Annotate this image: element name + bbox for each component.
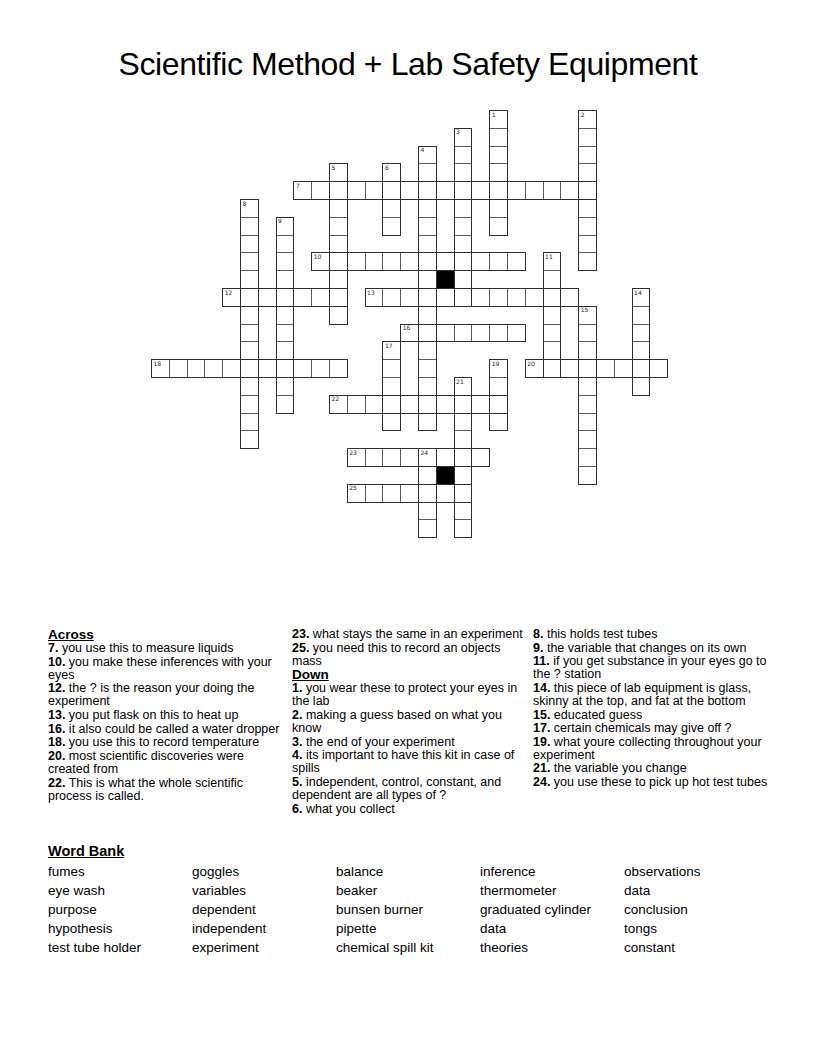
word-bank-item: constant	[624, 938, 701, 957]
word-bank-item: pipette	[336, 919, 480, 938]
crossword-cell[interactable]	[418, 235, 437, 254]
crossword-cell[interactable]	[578, 430, 597, 449]
clue-item: 6. what you collect	[292, 803, 529, 816]
crossword-cell[interactable]	[276, 306, 295, 325]
cell-number: 15	[581, 307, 589, 314]
clue-item: 24. you use these to pick up hot test tu…	[533, 776, 774, 789]
crossword-cell[interactable]	[382, 484, 401, 503]
clue-item: 5. independent, control, constant, and d…	[292, 776, 529, 802]
clue-number: 5.	[292, 775, 302, 789]
cell-number: 4	[421, 147, 425, 154]
cell-number: 20	[527, 361, 535, 368]
crossword-cell[interactable]	[276, 395, 295, 414]
crossword-cell[interactable]	[525, 181, 544, 200]
crossword-cell[interactable]	[578, 359, 597, 378]
crossword-cell[interactable]	[240, 359, 259, 378]
crossword-cell[interactable]	[436, 288, 455, 307]
cell-number: 16	[403, 325, 411, 332]
cell-number: 5	[332, 165, 336, 172]
clue-item: 15. educated guess	[533, 709, 774, 722]
crossword-cell[interactable]	[382, 199, 401, 218]
crossword-cell[interactable]	[454, 199, 473, 218]
cell-number: 17	[385, 343, 393, 350]
word-bank-item: thermometer	[480, 881, 624, 900]
crossword-cell[interactable]	[418, 270, 437, 289]
crossword-cell[interactable]	[489, 146, 508, 165]
word-bank-column: observationsdataconclusiontongsconstant	[624, 862, 701, 957]
crossword-cell[interactable]	[258, 288, 277, 307]
clues-column-3: 8. this holds test tubes9. the variable …	[533, 628, 774, 790]
clue-number: 7.	[48, 641, 58, 655]
crossword-cell[interactable]	[578, 235, 597, 254]
crossword-cell[interactable]	[311, 181, 330, 200]
crossword-cell[interactable]	[560, 181, 579, 200]
cell-number: 21	[456, 379, 464, 386]
crossword-cell[interactable]	[240, 288, 259, 307]
crossword-cell[interactable]	[489, 217, 508, 236]
cell-number: 25	[349, 485, 357, 492]
crossword-cell[interactable]: 15	[578, 306, 597, 325]
crossword-cell[interactable]	[240, 377, 259, 396]
crossword-cell[interactable]	[418, 306, 437, 325]
crossword-black-cell	[436, 466, 455, 485]
clue-item: 2. making a guess based on what you know	[292, 709, 529, 735]
crossword-cell[interactable]	[400, 448, 419, 467]
crossword-cell[interactable]	[329, 181, 348, 200]
crossword-cell[interactable]	[578, 466, 597, 485]
crossword-cell[interactable]	[454, 484, 473, 503]
word-bank-item: dependent	[192, 900, 336, 919]
crossword-cell[interactable]	[276, 341, 295, 360]
crossword-cell[interactable]	[418, 484, 437, 503]
crossword-cell[interactable]	[382, 252, 401, 271]
crossword-cell[interactable]	[436, 484, 455, 503]
clue-number: 13.	[48, 708, 65, 722]
crossword-cell[interactable]	[400, 252, 419, 271]
crossword-cell[interactable]	[578, 128, 597, 147]
clue-item: 4. its important to have this kit in cas…	[292, 749, 529, 775]
crossword-cell[interactable]	[454, 163, 473, 182]
crossword-cell[interactable]	[293, 288, 312, 307]
clue-item: 23. what stays the same in an experiment	[292, 628, 529, 641]
crossword-cell[interactable]: 25	[347, 484, 366, 503]
word-bank-item: chemical spill kit	[336, 938, 480, 957]
crossword-cell[interactable]	[240, 252, 259, 271]
clue-number: 25.	[292, 641, 309, 655]
crossword-cell[interactable]	[489, 413, 508, 432]
word-bank-item: fumes	[48, 862, 192, 881]
crossword-cell[interactable]	[240, 341, 259, 360]
crossword-cell[interactable]	[454, 502, 473, 521]
crossword-cell[interactable]	[489, 199, 508, 218]
crossword-cell[interactable]	[614, 359, 633, 378]
word-bank-item: experiment	[192, 938, 336, 957]
crossword-cell[interactable]	[418, 341, 437, 360]
down-clue-list-2: 8. this holds test tubes9. the variable …	[533, 628, 774, 789]
crossword-cell[interactable]	[418, 288, 437, 307]
crossword-cell[interactable]	[311, 359, 330, 378]
crossword-cell[interactable]	[436, 395, 455, 414]
crossword-cell[interactable]	[329, 306, 348, 325]
crossword-cell[interactable]	[400, 395, 419, 414]
crossword-cell[interactable]	[382, 395, 401, 414]
clue-item: 8. this holds test tubes	[533, 628, 774, 641]
crossword-cell[interactable]	[454, 235, 473, 254]
crossword-cell[interactable]	[240, 430, 259, 449]
crossword-cell[interactable]	[329, 199, 348, 218]
clue-number: 24.	[533, 775, 550, 789]
clue-number: 4.	[292, 748, 302, 762]
crossword-cell[interactable]	[543, 270, 562, 289]
word-bank-item: goggles	[192, 862, 336, 881]
word-bank-item: observations	[624, 862, 701, 881]
clue-item: 25. you need this to record an objects m…	[292, 642, 529, 668]
crossword-cell[interactable]	[489, 252, 508, 271]
crossword-cell[interactable]	[240, 413, 259, 432]
crossword-cell[interactable]	[400, 288, 419, 307]
crossword-cell[interactable]	[382, 359, 401, 378]
crossword-cell[interactable]	[525, 288, 544, 307]
word-bank-item: independent	[192, 919, 336, 938]
crossword-cell[interactable]	[489, 163, 508, 182]
cell-number: 12	[225, 290, 233, 297]
crossword-cell[interactable]	[578, 181, 597, 200]
across-header: Across	[48, 628, 285, 641]
crossword-cell[interactable]	[365, 484, 384, 503]
cell-number: 11	[545, 254, 553, 261]
crossword-cell[interactable]: 20	[525, 359, 544, 378]
crossword-cell[interactable]	[382, 181, 401, 200]
crossword-cell[interactable]	[632, 359, 651, 378]
clues-column-1: Across 7. you use this to measure liquid…	[48, 628, 285, 803]
crossword-cell[interactable]: 4	[418, 146, 437, 165]
clue-item: 22. This is what the whole scientific pr…	[48, 777, 285, 803]
crossword-cell[interactable]	[578, 377, 597, 396]
crossword-cell[interactable]: 22	[329, 395, 348, 414]
crossword-cell[interactable]	[418, 395, 437, 414]
crossword-cell[interactable]	[240, 217, 259, 236]
crossword-cell[interactable]	[489, 181, 508, 200]
crossword-cell[interactable]	[454, 413, 473, 432]
crossword-cell[interactable]	[560, 359, 579, 378]
crossword-cell[interactable]	[329, 217, 348, 236]
crossword-cell[interactable]	[507, 252, 526, 271]
crossword-cell[interactable]	[240, 270, 259, 289]
crossword-cell[interactable]: 19	[489, 359, 508, 378]
word-bank-item: hypothesis	[48, 919, 192, 938]
crossword-cell[interactable]: 1	[489, 110, 508, 129]
clue-item: 14. this piece of lab equipment is glass…	[533, 682, 774, 708]
crossword-cell[interactable]	[632, 324, 651, 343]
crossword-cell[interactable]	[578, 146, 597, 165]
clue-number: 11.	[533, 654, 550, 668]
crossword-cell[interactable]	[418, 181, 437, 200]
crossword-cell[interactable]	[276, 377, 295, 396]
clue-item: 7. you use this to measure liquids	[48, 642, 285, 655]
cell-number: 19	[492, 361, 500, 368]
crossword-cell[interactable]: 9	[276, 217, 295, 236]
clue-item: 19. what youre collecting throughout you…	[533, 736, 774, 762]
word-bank-item: test tube holder	[48, 938, 192, 957]
crossword-cell[interactable]	[578, 341, 597, 360]
crossword-cell[interactable]	[240, 395, 259, 414]
crossword-cell[interactable]	[578, 324, 597, 343]
crossword-cell[interactable]: 5	[329, 163, 348, 182]
crossword-cell[interactable]	[276, 324, 295, 343]
crossword-cell[interactable]: 18	[151, 359, 170, 378]
crossword-cell[interactable]	[454, 395, 473, 414]
crossword-cell[interactable]	[365, 181, 384, 200]
crossword-cell[interactable]	[329, 288, 348, 307]
crossword-cell[interactable]	[454, 146, 473, 165]
crossword-cell[interactable]	[329, 235, 348, 254]
crossword-cell[interactable]	[560, 288, 579, 307]
crossword-cell[interactable]: 16	[400, 324, 419, 343]
cell-number: 13	[367, 290, 375, 297]
crossword-cell[interactable]	[365, 252, 384, 271]
crossword-cell[interactable]	[347, 181, 366, 200]
crossword-cell[interactable]	[454, 288, 473, 307]
crossword-cell[interactable]	[418, 413, 437, 432]
crossword-cell[interactable]	[454, 181, 473, 200]
cell-number: 3	[456, 129, 460, 136]
crossword-cell[interactable]	[543, 341, 562, 360]
clue-number: 10.	[48, 655, 65, 669]
crossword-cell[interactable]	[418, 199, 437, 218]
word-bank-item: inference	[480, 862, 624, 881]
crossword-cell[interactable]	[578, 395, 597, 414]
crossword-cell[interactable]	[471, 395, 490, 414]
crossword-cell[interactable]	[276, 359, 295, 378]
crossword-cell[interactable]: 17	[382, 341, 401, 360]
clue-number: 8.	[533, 627, 543, 641]
crossword-cell[interactable]	[418, 252, 437, 271]
clue-number: 18.	[48, 735, 65, 749]
clue-item: 1. you wear these to protect your eyes i…	[292, 682, 529, 708]
crossword-cell[interactable]: 12	[222, 288, 241, 307]
crossword-cell[interactable]	[471, 252, 490, 271]
clue-number: 23.	[292, 627, 309, 641]
crossword-cell[interactable]	[454, 270, 473, 289]
across-clue-list-2: 23. what stays the same in an experiment…	[292, 628, 529, 668]
down-clue-list-1: 1. you wear these to protect your eyes i…	[292, 682, 529, 815]
crossword-cell[interactable]	[222, 359, 241, 378]
crossword-cell[interactable]	[436, 324, 455, 343]
cell-number: 14	[634, 290, 642, 297]
crossword-cell[interactable]	[543, 181, 562, 200]
clue-number: 12.	[48, 681, 65, 695]
crossword-cell[interactable]	[258, 359, 277, 378]
crossword-cell[interactable]	[365, 395, 384, 414]
word-bank-header: Word Bank	[48, 843, 124, 859]
crossword-cell[interactable]	[418, 359, 437, 378]
crossword-cell[interactable]	[471, 448, 490, 467]
crossword-cell[interactable]	[240, 306, 259, 325]
crossword-cell[interactable]	[418, 163, 437, 182]
crossword-cell[interactable]	[507, 288, 526, 307]
crossword-cell[interactable]	[418, 466, 437, 485]
crossword-cell[interactable]	[436, 448, 455, 467]
crossword-cell[interactable]	[276, 270, 295, 289]
cell-number: 22	[332, 396, 340, 403]
crossword-cell[interactable]	[489, 395, 508, 414]
crossword-cell[interactable]	[329, 270, 348, 289]
crossword-cell[interactable]: 2	[578, 110, 597, 129]
cell-number: 9	[278, 218, 282, 225]
crossword-cell[interactable]	[293, 359, 312, 378]
clue-number: 20.	[48, 749, 65, 763]
crossword-cell[interactable]	[578, 217, 597, 236]
crossword-cell[interactable]: 3	[454, 128, 473, 147]
clue-number: 3.	[292, 735, 302, 749]
crossword-cell[interactable]: 21	[454, 377, 473, 396]
crossword-cell[interactable]	[454, 519, 473, 538]
crossword-cell[interactable]	[649, 359, 668, 378]
crossword-cell[interactable]	[543, 288, 562, 307]
crossword-grid: 1234567891011121314151617181920212223242…	[151, 110, 669, 539]
word-bank-item: conclusion	[624, 900, 701, 919]
crossword-cell[interactable]: 24	[418, 448, 437, 467]
word-bank-item: eye wash	[48, 881, 192, 900]
cell-number: 7	[296, 183, 300, 190]
crossword-cell[interactable]	[454, 430, 473, 449]
crossword-cell[interactable]	[578, 448, 597, 467]
crossword-cell[interactable]	[436, 181, 455, 200]
crossword-cell[interactable]	[454, 217, 473, 236]
crossword-cell[interactable]: 6	[382, 163, 401, 182]
crossword-cell[interactable]	[347, 252, 366, 271]
crossword-cell[interactable]	[632, 377, 651, 396]
word-bank-column: balancebeakerbunsen burnerpipettechemica…	[336, 862, 480, 957]
clue-number: 2.	[292, 708, 302, 722]
crossword-black-cell	[436, 270, 455, 289]
clue-number: 19.	[533, 735, 550, 749]
cell-number: 24	[421, 450, 429, 457]
crossword-cell[interactable]	[365, 448, 384, 467]
crossword-cell[interactable]	[418, 519, 437, 538]
crossword-cell[interactable]	[400, 181, 419, 200]
crossword-cell[interactable]	[347, 395, 366, 414]
clue-item: 16. it also could be called a water drop…	[48, 723, 285, 736]
crossword-cell[interactable]	[204, 359, 223, 378]
word-bank-item: theories	[480, 938, 624, 957]
crossword-cell[interactable]	[311, 288, 330, 307]
crossword-cell[interactable]	[632, 341, 651, 360]
crossword-cell[interactable]	[507, 181, 526, 200]
crossword-cell[interactable]	[454, 324, 473, 343]
crossword-cell[interactable]	[418, 377, 437, 396]
crossword-cell[interactable]	[240, 235, 259, 254]
crossword-cell[interactable]	[276, 235, 295, 254]
clue-item: 17. certain chemicals may give off ?	[533, 722, 774, 735]
crossword-cell[interactable]	[543, 359, 562, 378]
crossword-cell[interactable]	[507, 324, 526, 343]
crossword-cell[interactable]	[454, 252, 473, 271]
crossword-cell[interactable]	[382, 448, 401, 467]
crossword-cell[interactable]	[632, 306, 651, 325]
across-clue-list-1: 7. you use this to measure liquids10. yo…	[48, 642, 285, 803]
crossword-cell[interactable]: 10	[311, 252, 330, 271]
clues-column-2: 23. what stays the same in an experiment…	[292, 628, 529, 816]
clue-item: 12. the ? is the reason your doing the e…	[48, 682, 285, 708]
crossword-cell[interactable]	[418, 217, 437, 236]
clue-number: 16.	[48, 722, 65, 736]
word-bank-item: balance	[336, 862, 480, 881]
crossword-cell[interactable]	[418, 324, 437, 343]
word-bank-item: graduated cylinder	[480, 900, 624, 919]
cell-number: 23	[349, 450, 357, 457]
word-bank-item: data	[624, 881, 701, 900]
word-bank-item: variables	[192, 881, 336, 900]
crossword-cell[interactable]: 14	[632, 288, 651, 307]
crossword-cell[interactable]	[596, 359, 615, 378]
crossword-cell[interactable]	[489, 288, 508, 307]
crossword-cell[interactable]	[187, 359, 206, 378]
clue-number: 15.	[533, 708, 550, 722]
clue-number: 6.	[292, 802, 302, 816]
clue-item: 11. if you get substance in your eyes go…	[533, 655, 774, 681]
crossword-cell[interactable]: 11	[543, 252, 562, 271]
down-header: Down	[292, 668, 529, 681]
crossword-cell[interactable]	[489, 324, 508, 343]
crossword-cell[interactable]	[418, 502, 437, 521]
cell-number: 18	[154, 361, 162, 368]
crossword-cell[interactable]	[578, 163, 597, 182]
clue-number: 21.	[533, 761, 550, 775]
word-bank-column: inferencethermometergraduated cylinderda…	[480, 862, 624, 957]
crossword-cell[interactable]	[329, 252, 348, 271]
crossword-cell[interactable]	[382, 377, 401, 396]
crossword-cell[interactable]	[382, 413, 401, 432]
cell-number: 10	[314, 254, 322, 261]
crossword-cell[interactable]: 8	[240, 199, 259, 218]
crossword-cell[interactable]	[454, 466, 473, 485]
crossword-cell[interactable]	[400, 484, 419, 503]
clue-item: 18. you use this to record temperature	[48, 736, 285, 749]
crossword-cell[interactable]	[169, 359, 188, 378]
crossword-cell[interactable]	[543, 324, 562, 343]
clue-item: 20. most scientific discoveries were cre…	[48, 750, 285, 776]
crossword-cell[interactable]	[240, 324, 259, 343]
crossword-cell[interactable]	[471, 324, 490, 343]
crossword-cell[interactable]	[276, 288, 295, 307]
crossword-cell[interactable]	[329, 359, 348, 378]
crossword-cell[interactable]	[489, 377, 508, 396]
crossword-cell[interactable]	[578, 413, 597, 432]
crossword-cell[interactable]	[578, 252, 597, 271]
crossword-cell[interactable]	[489, 128, 508, 147]
crossword-cell[interactable]: 23	[347, 448, 366, 467]
crossword-cell[interactable]	[471, 181, 490, 200]
page-title: Scientific Method + Lab Safety Equipment	[0, 46, 816, 83]
crossword-cell[interactable]: 7	[293, 181, 312, 200]
crossword-cell[interactable]	[436, 252, 455, 271]
clue-number: 9.	[533, 641, 543, 655]
word-bank-item: purpose	[48, 900, 192, 919]
crossword-cell[interactable]	[454, 448, 473, 467]
crossword-cell[interactable]	[471, 288, 490, 307]
crossword-cell[interactable]: 13	[365, 288, 384, 307]
crossword-cell[interactable]	[382, 217, 401, 236]
word-bank: fumeseye washpurposehypothesistest tube …	[48, 862, 701, 957]
crossword-cell[interactable]	[578, 199, 597, 218]
crossword-cell[interactable]	[382, 288, 401, 307]
word-bank-column: fumeseye washpurposehypothesistest tube …	[48, 862, 192, 957]
cell-number: 6	[385, 165, 389, 172]
crossword-cell[interactable]	[543, 306, 562, 325]
crossword-cell[interactable]	[276, 252, 295, 271]
cell-number: 2	[581, 112, 585, 119]
